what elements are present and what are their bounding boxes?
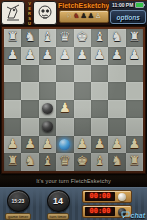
turn-timer-block: 14 turn timer [44, 190, 72, 220]
turn-timer-label: turn timer [47, 213, 70, 220]
black-pawn: ♟ [39, 46, 56, 63]
white-bishop: ♝ [39, 152, 56, 169]
white-queen: ♛ [56, 152, 73, 169]
square-h1[interactable]: ♜ [126, 153, 143, 171]
opponent-avatar [1, 1, 25, 25]
square-d8[interactable]: ♛ [56, 29, 73, 47]
footer-bar: 15:23 game timer 14 turn timer 00:00 00:… [0, 187, 147, 220]
game-title: FletchEsketchy [58, 2, 109, 9]
app-screen: VERSUS FletchEsketchy ♘♞♟♟♙ 11:00 PM [0, 0, 147, 220]
black-pawn: ♟ [126, 46, 143, 63]
square-a3[interactable] [4, 118, 21, 136]
plaque-piece-icon: ♘ [66, 12, 72, 21]
square-g8[interactable]: ♞ [108, 29, 125, 47]
last-move-origin-highlight [59, 139, 70, 150]
square-b6[interactable] [21, 65, 38, 83]
square-a5[interactable] [4, 82, 21, 100]
square-b5[interactable] [21, 82, 38, 100]
plaque-piece-icon: ♞ [73, 12, 79, 21]
square-b4[interactable] [21, 100, 38, 118]
square-e8[interactable]: ♚ [74, 29, 91, 47]
white-rook: ♜ [126, 152, 143, 169]
square-h4[interactable] [126, 100, 143, 118]
chess-board: ♜♞♝♛♚♝♞♜♟♟♟♟♟♟♟♟♟♟♟♟♟♟♟♟♜♞♝♛♚♝♞♜ [4, 29, 143, 171]
board-frame: ♜♞♝♛♚♝♞♜♟♟♟♟♟♟♟♟♟♟♟♟♟♟♟♟♜♞♝♛♚♝♞♜ [1, 26, 146, 174]
game-timer-value: 15:23 [12, 198, 25, 204]
square-a6[interactable] [4, 65, 21, 83]
turn-status-message: It's your turn FletchEsketchy [36, 178, 111, 184]
square-f2[interactable]: ♟ [91, 136, 108, 154]
square-d7[interactable]: ♟ [56, 47, 73, 65]
square-h2[interactable]: ♟ [126, 136, 143, 154]
square-g5[interactable] [108, 82, 125, 100]
square-c6[interactable] [39, 65, 56, 83]
square-h5[interactable] [126, 82, 143, 100]
square-f3[interactable] [91, 118, 108, 136]
move-indicator-dot[interactable] [42, 121, 53, 132]
square-c2[interactable]: ♟ [39, 136, 56, 154]
white-clock: 00:00 [82, 190, 132, 203]
square-c8[interactable]: ♝ [39, 29, 56, 47]
white-king: ♚ [74, 152, 91, 169]
white-pawn: ♟ [21, 135, 38, 152]
square-e1[interactable]: ♚ [74, 153, 91, 171]
square-c4[interactable] [39, 100, 56, 118]
black-pawn: ♟ [108, 46, 125, 63]
black-rook: ♜ [126, 28, 143, 45]
square-a8[interactable]: ♜ [4, 29, 21, 47]
square-a1[interactable]: ♜ [4, 153, 21, 171]
game-timer-button[interactable]: 15:23 [7, 190, 30, 212]
square-b2[interactable]: ♟ [21, 136, 38, 154]
square-g4[interactable] [108, 100, 125, 118]
white-rook: ♜ [4, 152, 21, 169]
square-g6[interactable] [108, 65, 125, 83]
square-e4[interactable] [74, 100, 91, 118]
black-bishop: ♝ [39, 28, 56, 45]
captured-pieces-plaque: ♘♞♟♟♙ [59, 10, 109, 23]
white-pawn: ♟ [4, 135, 21, 152]
white-pawn: ♟ [108, 135, 125, 152]
black-pawn: ♟ [91, 46, 108, 63]
black-rook: ♜ [4, 28, 21, 45]
black-bishop: ♝ [91, 28, 108, 45]
system-status-bar: 11:00 PM [112, 2, 144, 8]
square-f4[interactable] [91, 100, 108, 118]
square-d5[interactable] [56, 82, 73, 100]
chat-button[interactable]: chat [121, 211, 145, 219]
square-d6[interactable] [56, 65, 73, 83]
battery-icon [135, 2, 144, 8]
game-timer-label: game timer [5, 213, 31, 220]
square-e5[interactable] [74, 82, 91, 100]
square-f6[interactable] [91, 65, 108, 83]
white-knight: ♞ [108, 152, 125, 169]
turn-timer-button[interactable]: 14 [47, 190, 70, 212]
square-e2[interactable]: ♟ [74, 136, 91, 154]
square-e3[interactable] [74, 118, 91, 136]
square-b8[interactable]: ♞ [21, 29, 38, 47]
square-d2[interactable] [56, 136, 73, 154]
square-f1[interactable]: ♝ [91, 153, 108, 171]
square-c3[interactable] [39, 118, 56, 136]
square-c1[interactable]: ♝ [39, 153, 56, 171]
square-e6[interactable] [74, 65, 91, 83]
status-strip: It's your turn FletchEsketchy [0, 174, 147, 187]
move-indicator-dot[interactable] [42, 103, 53, 114]
square-h3[interactable] [126, 118, 143, 136]
black-pawn: ♟ [21, 46, 38, 63]
options-button[interactable]: options [110, 10, 146, 24]
sketch-creature-icon [2, 2, 24, 24]
white-pawn: ♟ [74, 135, 91, 152]
black-queen: ♛ [56, 28, 73, 45]
black-knight: ♞ [21, 28, 38, 45]
square-d4[interactable]: ♟ [56, 100, 73, 118]
square-h6[interactable] [126, 65, 143, 83]
white-clock-time: 00:00 [89, 192, 110, 201]
chat-label: chat [131, 212, 145, 219]
square-h8[interactable]: ♜ [126, 29, 143, 47]
turn-timer-value: 14 [53, 196, 63, 206]
plaque-piece-icon: ♟ [81, 12, 87, 21]
game-timer-block: 15:23 game timer [4, 190, 32, 220]
status-time: 11:00 PM [112, 2, 133, 8]
black-king: ♚ [74, 28, 91, 45]
black-clock-display: 00:00 [85, 207, 115, 216]
plaque-piece-icon: ♙ [95, 12, 101, 21]
square-g7[interactable]: ♟ [108, 47, 125, 65]
square-a7[interactable]: ♟ [4, 47, 21, 65]
black-pawn: ♟ [56, 46, 73, 63]
white-ball-icon [118, 193, 126, 201]
square-b3[interactable] [21, 118, 38, 136]
sketch-skull-icon [34, 2, 56, 24]
black-pawn: ♟ [74, 46, 91, 63]
plaque-piece-icon: ♟ [88, 12, 94, 21]
white-bishop: ♝ [91, 152, 108, 169]
title-column: FletchEsketchy ♘♞♟♟♙ [58, 1, 109, 23]
status-options-panel: 11:00 PM options [109, 1, 147, 25]
square-a2[interactable]: ♟ [4, 136, 21, 154]
chat-bubble-icon [121, 211, 130, 219]
square-c7[interactable]: ♟ [39, 47, 56, 65]
square-d1[interactable]: ♛ [56, 153, 73, 171]
square-g3[interactable] [108, 118, 125, 136]
white-pawn: ♟ [126, 135, 143, 152]
square-g1[interactable]: ♞ [108, 153, 125, 171]
square-e7[interactable]: ♟ [74, 47, 91, 65]
square-f7[interactable]: ♟ [91, 47, 108, 65]
square-g2[interactable]: ♟ [108, 136, 125, 154]
square-f8[interactable]: ♝ [91, 29, 108, 47]
square-d3[interactable] [56, 118, 73, 136]
white-pawn: ♟ [91, 135, 108, 152]
white-knight: ♞ [21, 152, 38, 169]
options-button-label: options [116, 14, 139, 21]
versus-label: VERSUS [26, 1, 32, 25]
player-avatar [33, 1, 57, 25]
square-b1[interactable]: ♞ [21, 153, 38, 171]
black-knight: ♞ [108, 28, 125, 45]
white-pawn: ♟ [56, 99, 73, 116]
square-c5[interactable] [39, 82, 56, 100]
square-a4[interactable] [4, 100, 21, 118]
top-bar: VERSUS FletchEsketchy ♘♞♟♟♙ 11:00 PM [0, 0, 147, 26]
white-pawn: ♟ [39, 135, 56, 152]
square-b7[interactable]: ♟ [21, 47, 38, 65]
white-clock-display: 00:00 [85, 192, 115, 201]
black-pawn: ♟ [4, 46, 21, 63]
square-f5[interactable] [91, 82, 108, 100]
square-h7[interactable]: ♟ [126, 47, 143, 65]
black-clock-time: 00:00 [89, 207, 110, 216]
